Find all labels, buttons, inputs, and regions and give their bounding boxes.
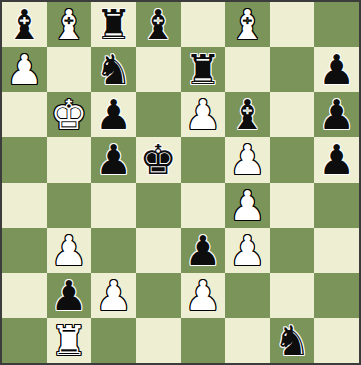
white-pawn-piece[interactable]: ♟ bbox=[6, 50, 43, 91]
square-b4[interactable] bbox=[47, 183, 92, 228]
white-pawn-piece[interactable]: ♟ bbox=[184, 95, 221, 136]
square-h4[interactable] bbox=[314, 183, 359, 228]
square-e8[interactable] bbox=[181, 2, 226, 47]
square-g5[interactable] bbox=[270, 137, 315, 182]
black-rook-piece[interactable]: ♜ bbox=[95, 5, 132, 46]
white-bishop-piece[interactable]: ♝ bbox=[51, 5, 88, 46]
square-g3[interactable] bbox=[270, 228, 315, 273]
white-pawn-piece[interactable]: ♟ bbox=[184, 276, 221, 317]
black-knight-piece[interactable]: ♞ bbox=[95, 50, 132, 91]
square-h8[interactable] bbox=[314, 2, 359, 47]
square-g7[interactable] bbox=[270, 47, 315, 92]
square-e4[interactable] bbox=[181, 183, 226, 228]
white-pawn-piece[interactable]: ♟ bbox=[229, 140, 266, 181]
black-bishop-piece[interactable]: ♝ bbox=[6, 5, 43, 46]
square-c7[interactable]: ♞ bbox=[91, 47, 136, 92]
black-pawn-piece[interactable]: ♟ bbox=[95, 95, 132, 136]
white-king-piece[interactable]: ♚ bbox=[51, 95, 88, 136]
square-a6[interactable] bbox=[2, 92, 47, 137]
square-g2[interactable] bbox=[270, 273, 315, 318]
square-b5[interactable] bbox=[47, 137, 92, 182]
square-b8[interactable]: ♝ bbox=[47, 2, 92, 47]
square-h6[interactable]: ♟ bbox=[314, 92, 359, 137]
black-pawn-piece[interactable]: ♟ bbox=[184, 231, 221, 272]
square-c8[interactable]: ♜ bbox=[91, 2, 136, 47]
black-pawn-piece[interactable]: ♟ bbox=[318, 140, 355, 181]
square-b2[interactable]: ♟ bbox=[47, 273, 92, 318]
square-a5[interactable] bbox=[2, 137, 47, 182]
black-pawn-piece[interactable]: ♟ bbox=[51, 276, 88, 317]
square-c2[interactable]: ♟ bbox=[91, 273, 136, 318]
square-f5[interactable]: ♟ bbox=[225, 137, 270, 182]
square-d3[interactable] bbox=[136, 228, 181, 273]
square-e3[interactable]: ♟ bbox=[181, 228, 226, 273]
square-h3[interactable] bbox=[314, 228, 359, 273]
square-g1[interactable]: ♞ bbox=[270, 318, 315, 363]
square-b3[interactable]: ♟ bbox=[47, 228, 92, 273]
square-f7[interactable] bbox=[225, 47, 270, 92]
black-bishop-piece[interactable]: ♝ bbox=[229, 95, 266, 136]
square-a1[interactable] bbox=[2, 318, 47, 363]
black-pawn-piece[interactable]: ♟ bbox=[318, 95, 355, 136]
board-frame: ♝♝♜♝♝♟♞♜♟♚♟♟♝♟♟♚♟♟♟♟♟♟♟♟♟♜♞ bbox=[0, 0, 361, 365]
square-h1[interactable] bbox=[314, 318, 359, 363]
square-e2[interactable]: ♟ bbox=[181, 273, 226, 318]
black-king-piece[interactable]: ♚ bbox=[140, 140, 177, 181]
black-knight-piece[interactable]: ♞ bbox=[274, 321, 311, 362]
square-d4[interactable] bbox=[136, 183, 181, 228]
white-pawn-piece[interactable]: ♟ bbox=[229, 231, 266, 272]
square-f2[interactable] bbox=[225, 273, 270, 318]
square-d7[interactable] bbox=[136, 47, 181, 92]
square-f1[interactable] bbox=[225, 318, 270, 363]
square-a4[interactable] bbox=[2, 183, 47, 228]
square-d5[interactable]: ♚ bbox=[136, 137, 181, 182]
square-c6[interactable]: ♟ bbox=[91, 92, 136, 137]
square-e6[interactable]: ♟ bbox=[181, 92, 226, 137]
black-bishop-piece[interactable]: ♝ bbox=[140, 5, 177, 46]
square-a2[interactable] bbox=[2, 273, 47, 318]
square-a8[interactable]: ♝ bbox=[2, 2, 47, 47]
square-g4[interactable] bbox=[270, 183, 315, 228]
white-bishop-piece[interactable]: ♝ bbox=[229, 5, 266, 46]
square-d1[interactable] bbox=[136, 318, 181, 363]
square-g8[interactable] bbox=[270, 2, 315, 47]
square-h7[interactable]: ♟ bbox=[314, 47, 359, 92]
square-f4[interactable]: ♟ bbox=[225, 183, 270, 228]
square-c3[interactable] bbox=[91, 228, 136, 273]
white-pawn-piece[interactable]: ♟ bbox=[51, 231, 88, 272]
square-d8[interactable]: ♝ bbox=[136, 2, 181, 47]
square-f8[interactable]: ♝ bbox=[225, 2, 270, 47]
square-h5[interactable]: ♟ bbox=[314, 137, 359, 182]
black-rook-piece[interactable]: ♜ bbox=[184, 50, 221, 91]
white-rook-piece[interactable]: ♜ bbox=[51, 321, 88, 362]
square-e5[interactable] bbox=[181, 137, 226, 182]
square-e1[interactable] bbox=[181, 318, 226, 363]
white-pawn-piece[interactable]: ♟ bbox=[95, 276, 132, 317]
square-f6[interactable]: ♝ bbox=[225, 92, 270, 137]
square-f3[interactable]: ♟ bbox=[225, 228, 270, 273]
square-g6[interactable] bbox=[270, 92, 315, 137]
square-a7[interactable]: ♟ bbox=[2, 47, 47, 92]
square-c5[interactable]: ♟ bbox=[91, 137, 136, 182]
square-d2[interactable] bbox=[136, 273, 181, 318]
square-a3[interactable] bbox=[2, 228, 47, 273]
square-d6[interactable] bbox=[136, 92, 181, 137]
square-h2[interactable] bbox=[314, 273, 359, 318]
white-pawn-piece[interactable]: ♟ bbox=[229, 186, 266, 227]
square-b6[interactable]: ♚ bbox=[47, 92, 92, 137]
square-c4[interactable] bbox=[91, 183, 136, 228]
square-b1[interactable]: ♜ bbox=[47, 318, 92, 363]
chess-board: ♝♝♜♝♝♟♞♜♟♚♟♟♝♟♟♚♟♟♟♟♟♟♟♟♟♜♞ bbox=[2, 2, 359, 363]
square-e7[interactable]: ♜ bbox=[181, 47, 226, 92]
black-pawn-piece[interactable]: ♟ bbox=[318, 50, 355, 91]
square-c1[interactable] bbox=[91, 318, 136, 363]
black-pawn-piece[interactable]: ♟ bbox=[95, 140, 132, 181]
square-b7[interactable] bbox=[47, 47, 92, 92]
